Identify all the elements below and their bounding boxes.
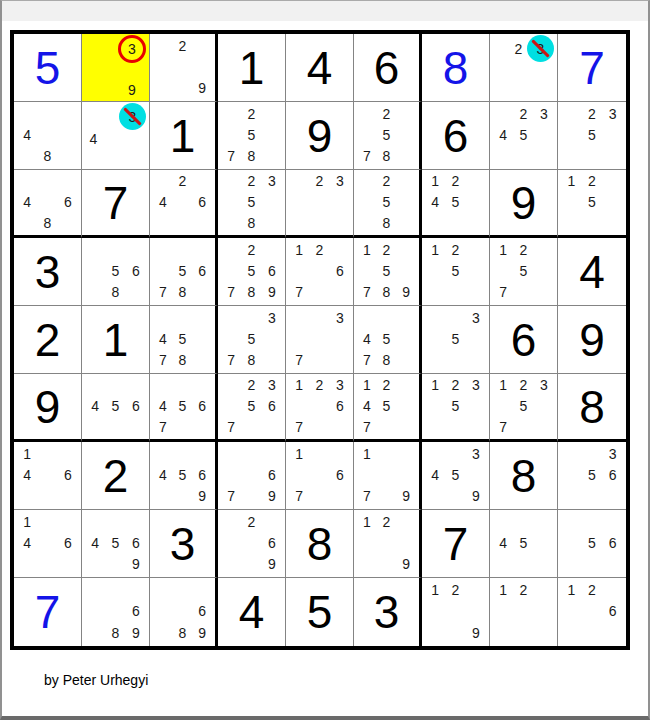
cell-r2c2[interactable]: 34 xyxy=(82,102,150,170)
cell-r3c4[interactable]: 2358 xyxy=(218,170,286,238)
cell-r3c5[interactable]: 23 xyxy=(286,170,354,238)
candidates: 3578 xyxy=(221,307,282,371)
candidate-1: 1 xyxy=(289,375,309,396)
candidates: 468 xyxy=(17,171,78,233)
candidate-8: 8 xyxy=(37,212,57,233)
candidate-1: 1 xyxy=(289,443,309,464)
candidate-2: 2 xyxy=(309,375,329,396)
cell-r7c5[interactable]: 167 xyxy=(286,442,354,510)
candidate-8: 8 xyxy=(173,350,193,371)
candidate-8: 8 xyxy=(241,146,261,167)
candidates: 2578 xyxy=(221,103,282,167)
candidate-2: 2 xyxy=(445,579,465,601)
cell-r5c3[interactable]: 4578 xyxy=(150,306,218,374)
cell-r9c9[interactable]: 126 xyxy=(558,578,626,646)
candidate-8: 8 xyxy=(105,282,125,303)
cell-r6c1[interactable]: 9 xyxy=(14,374,82,442)
cell-r7c2[interactable]: 2 xyxy=(82,442,150,510)
candidates: 356 xyxy=(561,443,623,507)
candidate-2: 2 xyxy=(582,171,603,192)
cell-r8c9[interactable]: 56 xyxy=(558,510,626,578)
candidate-8: 8 xyxy=(377,146,397,167)
candidates: 45 xyxy=(493,511,554,575)
cell-r3c1[interactable]: 468 xyxy=(14,170,82,238)
top-bar xyxy=(2,1,648,21)
cell-r9c7[interactable]: 129 xyxy=(422,578,490,646)
candidate-5: 5 xyxy=(582,124,603,145)
solved-value: 9 xyxy=(490,170,557,235)
candidate-6: 6 xyxy=(602,464,623,485)
candidate-3: 3 xyxy=(534,375,554,396)
cell-r2c3[interactable]: 1 xyxy=(150,102,218,170)
cell-r3c2[interactable]: 7 xyxy=(82,170,150,238)
candidate-6: 6 xyxy=(192,601,212,623)
candidate-7: 7 xyxy=(221,486,241,507)
candidate-5: 5 xyxy=(105,532,125,553)
solved-value: 6 xyxy=(490,306,557,373)
candidate-2: 2 xyxy=(241,239,261,260)
cell-r7c7[interactable]: 3459 xyxy=(422,442,490,510)
candidate-3: 3 xyxy=(330,375,350,396)
candidate-6: 6 xyxy=(58,192,78,213)
candidate-6: 6 xyxy=(192,192,212,213)
candidates: 256789 xyxy=(221,239,282,303)
candidate-1: 1 xyxy=(425,375,445,396)
candidate-3: 3 xyxy=(262,171,282,192)
credit: by Peter Urhegyi xyxy=(44,672,148,688)
candidates: 1267 xyxy=(289,239,350,303)
candidate-7: 7 xyxy=(289,350,309,371)
elimination-mark: 3 xyxy=(527,35,554,62)
candidate-2: 2 xyxy=(513,103,533,124)
cell-r1c8[interactable]: 23 xyxy=(490,34,558,102)
candidate-8: 8 xyxy=(377,282,397,303)
candidates: 1245 xyxy=(425,171,486,233)
candidate-5: 5 xyxy=(241,328,261,349)
candidate-4: 4 xyxy=(493,124,513,145)
candidate-5: 5 xyxy=(173,260,193,281)
solved-value: 9 xyxy=(14,374,81,439)
cell-r9c3[interactable]: 689 xyxy=(150,578,218,646)
candidate-5: 5 xyxy=(445,260,465,281)
candidate-8: 8 xyxy=(173,282,193,303)
candidate-5: 5 xyxy=(173,464,193,485)
slash-icon xyxy=(123,107,141,125)
candidate-1: 1 xyxy=(17,443,37,464)
candidates: 48 xyxy=(17,103,78,167)
candidate-8: 8 xyxy=(37,146,57,167)
solved-value: 7 xyxy=(558,34,626,101)
candidate-2: 2 xyxy=(377,239,397,260)
candidate-5: 5 xyxy=(377,396,397,417)
cell-r5c5[interactable]: 37 xyxy=(286,306,354,374)
cell-r2c4[interactable]: 2578 xyxy=(218,102,286,170)
solved-value: 1 xyxy=(218,34,285,101)
candidate-2: 2 xyxy=(173,35,193,56)
candidates: 34 xyxy=(85,103,146,167)
cell-r5c4[interactable]: 3578 xyxy=(218,306,286,374)
solved-value: 5 xyxy=(286,578,353,646)
candidate-3: 3 xyxy=(466,443,486,464)
candidates: 235 xyxy=(561,103,623,167)
candidate-3: 3 xyxy=(119,103,146,130)
candidates: 12457 xyxy=(357,375,416,437)
candidate-6: 6 xyxy=(58,532,78,553)
candidate-5: 5 xyxy=(377,124,397,145)
candidates: 23 xyxy=(289,171,350,233)
candidate-9: 9 xyxy=(192,486,212,507)
candidate-9: 9 xyxy=(396,554,416,575)
candidate-1: 1 xyxy=(357,375,377,396)
candidate-8: 8 xyxy=(105,622,125,644)
candidate-5: 5 xyxy=(582,532,603,553)
candidate-8: 8 xyxy=(241,212,261,233)
cell-r6c6[interactable]: 12457 xyxy=(354,374,422,442)
cell-r6c7[interactable]: 1235 xyxy=(422,374,490,442)
candidate-8: 8 xyxy=(241,350,261,371)
cell-r3c8[interactable]: 9 xyxy=(490,170,558,238)
candidate-6: 6 xyxy=(602,601,623,623)
candidate-5: 5 xyxy=(445,328,465,349)
candidates: 29 xyxy=(153,35,212,99)
candidates: 269 xyxy=(221,511,282,575)
candidate-9: 9 xyxy=(192,78,212,99)
candidate-8: 8 xyxy=(377,350,397,371)
candidate-6: 6 xyxy=(330,464,350,485)
candidate-7: 7 xyxy=(289,282,309,303)
cell-r1c7[interactable]: 8 xyxy=(422,34,490,102)
cell-r5c9[interactable]: 9 xyxy=(558,306,626,374)
cell-r2c1[interactable]: 48 xyxy=(14,102,82,170)
candidates: 23 xyxy=(493,35,554,99)
cell-r2c7[interactable]: 6 xyxy=(422,102,490,170)
candidate-1: 1 xyxy=(425,171,445,192)
candidates: 456 xyxy=(85,375,146,437)
cell-r6c9[interactable]: 8 xyxy=(558,374,626,442)
candidate-6: 6 xyxy=(262,396,282,417)
candidate-6: 6 xyxy=(126,601,146,623)
cell-r8c1[interactable]: 146 xyxy=(14,510,82,578)
candidate-4: 4 xyxy=(153,464,173,485)
candidate-2: 2 xyxy=(309,171,329,192)
candidate-9: 9 xyxy=(126,554,146,575)
solved-value: 2 xyxy=(82,442,149,509)
solved-value: 3 xyxy=(14,238,81,305)
candidate-5: 5 xyxy=(105,396,125,417)
cell-r4c5[interactable]: 1267 xyxy=(286,238,354,306)
candidate-2: 2 xyxy=(445,171,465,192)
candidate-1: 1 xyxy=(561,579,582,601)
cell-r1c1[interactable]: 5 xyxy=(14,34,82,102)
candidate-9: 9 xyxy=(126,622,146,644)
cell-r7c3[interactable]: 4569 xyxy=(150,442,218,510)
solved-value: 7 xyxy=(82,170,149,235)
candidate-6: 6 xyxy=(192,396,212,417)
candidate-2: 2 xyxy=(445,375,465,396)
candidates: 1235 xyxy=(425,375,486,437)
candidate-7: 7 xyxy=(357,282,377,303)
solved-value: 6 xyxy=(354,34,419,101)
candidate-5: 5 xyxy=(377,328,397,349)
candidates: 146 xyxy=(17,443,78,507)
candidate-7: 7 xyxy=(357,146,377,167)
candidates: 35 xyxy=(425,307,486,371)
candidate-2: 2 xyxy=(513,375,533,396)
candidate-9: 9 xyxy=(118,81,146,99)
candidate-7: 7 xyxy=(221,416,241,437)
candidates: 1257 xyxy=(493,239,554,303)
candidate-9: 9 xyxy=(262,554,282,575)
candidate-4: 4 xyxy=(85,532,105,553)
candidate-4: 4 xyxy=(153,192,173,213)
candidates: 679 xyxy=(221,443,282,507)
candidate-5: 5 xyxy=(241,396,261,417)
cell-r8c4[interactable]: 269 xyxy=(218,510,286,578)
candidate-7: 7 xyxy=(357,350,377,371)
cell-r2c6[interactable]: 2578 xyxy=(354,102,422,170)
cell-r2c9[interactable]: 235 xyxy=(558,102,626,170)
cell-r5c8[interactable]: 6 xyxy=(490,306,558,374)
candidate-3: 3 xyxy=(262,375,282,396)
candidate-2: 2 xyxy=(241,511,261,532)
candidate-1: 1 xyxy=(425,239,445,260)
candidate-5: 5 xyxy=(241,124,261,145)
cell-r1c2[interactable]: 39 xyxy=(82,34,150,102)
candidate-8: 8 xyxy=(173,622,193,644)
slash-icon xyxy=(531,39,549,57)
candidate-7: 7 xyxy=(153,282,173,303)
candidate-9: 9 xyxy=(466,486,486,507)
candidate-2: 2 xyxy=(582,579,603,601)
candidate-7: 7 xyxy=(289,486,309,507)
cell-r4c6[interactable]: 125789 xyxy=(354,238,422,306)
candidate-1: 1 xyxy=(493,239,513,260)
candidate-7: 7 xyxy=(357,416,377,437)
cell-r1c6[interactable]: 6 xyxy=(354,34,422,102)
solved-value: 8 xyxy=(286,510,353,577)
candidate-2: 2 xyxy=(241,171,261,192)
candidate-6: 6 xyxy=(192,464,212,485)
candidates: 12357 xyxy=(493,375,554,437)
candidates: 2358 xyxy=(221,171,282,233)
cell-r5c2[interactable]: 1 xyxy=(82,306,150,374)
cell-r4c7[interactable]: 125 xyxy=(422,238,490,306)
cell-r3c6[interactable]: 258 xyxy=(354,170,422,238)
cell-r3c7[interactable]: 1245 xyxy=(422,170,490,238)
cell-r6c3[interactable]: 4567 xyxy=(150,374,218,442)
cell-r7c1[interactable]: 146 xyxy=(14,442,82,510)
candidate-4: 4 xyxy=(357,396,377,417)
cell-r3c9[interactable]: 125 xyxy=(558,170,626,238)
cell-r5c6[interactable]: 4578 xyxy=(354,306,422,374)
candidate-1: 1 xyxy=(17,511,37,532)
candidate-5: 5 xyxy=(241,192,261,213)
candidate-6: 6 xyxy=(330,260,350,281)
candidate-5: 5 xyxy=(445,464,465,485)
candidate-1: 1 xyxy=(357,511,377,532)
candidate-6: 6 xyxy=(192,260,212,281)
candidate-5: 5 xyxy=(105,260,125,281)
candidate-4: 4 xyxy=(493,532,513,553)
cell-r1c5[interactable]: 4 xyxy=(286,34,354,102)
cell-r9c8[interactable]: 12 xyxy=(490,578,558,646)
cell-r1c4[interactable]: 1 xyxy=(218,34,286,102)
candidates: 37 xyxy=(289,307,350,371)
candidate-3: 3 xyxy=(262,307,282,328)
candidates: 246 xyxy=(153,171,212,233)
candidate-4: 4 xyxy=(425,464,445,485)
cell-r8c6[interactable]: 129 xyxy=(354,510,422,578)
candidate-4: 4 xyxy=(17,532,37,553)
cell-r5c1[interactable]: 2 xyxy=(14,306,82,374)
candidate-2: 2 xyxy=(309,239,329,260)
candidates: 689 xyxy=(85,579,146,644)
candidate-5: 5 xyxy=(513,124,533,145)
candidate-6: 6 xyxy=(602,532,623,553)
cell-r3c3[interactable]: 246 xyxy=(150,170,218,238)
cell-r2c5[interactable]: 9 xyxy=(286,102,354,170)
candidates: 568 xyxy=(85,239,146,303)
solved-value: 3 xyxy=(354,578,419,646)
candidate-3: 3 xyxy=(527,35,554,62)
candidates: 146 xyxy=(17,511,78,575)
solved-value: 1 xyxy=(150,102,215,169)
candidates: 179 xyxy=(357,443,416,507)
cell-r7c4[interactable]: 679 xyxy=(218,442,286,510)
candidates: 2345 xyxy=(493,103,554,167)
candidates: 125789 xyxy=(357,239,416,303)
candidate-3: 3 xyxy=(602,443,623,464)
candidate-2: 2 xyxy=(173,171,193,192)
cell-r1c3[interactable]: 29 xyxy=(150,34,218,102)
candidate-2: 2 xyxy=(510,35,527,62)
solved-value: 4 xyxy=(558,238,626,305)
cell-r6c2[interactable]: 456 xyxy=(82,374,150,442)
candidate-4: 4 xyxy=(357,328,377,349)
cell-r8c7[interactable]: 7 xyxy=(422,510,490,578)
solved-value: 4 xyxy=(218,578,285,646)
candidate-1: 1 xyxy=(493,579,513,601)
candidate-2: 2 xyxy=(377,511,397,532)
candidate-7: 7 xyxy=(493,416,513,437)
candidates: 56 xyxy=(561,511,623,575)
candidates: 4569 xyxy=(85,511,146,575)
candidate-1: 1 xyxy=(357,239,377,260)
candidate-1: 1 xyxy=(561,171,582,192)
solved-value: 7 xyxy=(14,578,81,646)
cell-r4c2[interactable]: 568 xyxy=(82,238,150,306)
cell-r6c8[interactable]: 12357 xyxy=(490,374,558,442)
cell-r9c5[interactable]: 5 xyxy=(286,578,354,646)
candidates: 12367 xyxy=(289,375,350,437)
candidate-7: 7 xyxy=(153,416,173,437)
cell-r7c8[interactable]: 8 xyxy=(490,442,558,510)
candidate-7: 7 xyxy=(221,146,241,167)
candidates: 2578 xyxy=(357,103,416,167)
candidate-1: 1 xyxy=(425,579,445,601)
candidates: 4567 xyxy=(153,375,212,437)
cell-r8c8[interactable]: 45 xyxy=(490,510,558,578)
candidate-6: 6 xyxy=(126,396,146,417)
candidates: 12 xyxy=(493,579,554,644)
candidate-2: 2 xyxy=(377,103,397,124)
candidate-4: 4 xyxy=(153,328,173,349)
cell-r7c9[interactable]: 356 xyxy=(558,442,626,510)
cell-r1c9[interactable]: 7 xyxy=(558,34,626,102)
cell-r9c2[interactable]: 689 xyxy=(82,578,150,646)
candidates: 129 xyxy=(425,579,486,644)
candidate-7: 7 xyxy=(221,282,241,303)
candidate-9: 9 xyxy=(262,282,282,303)
cell-r8c5[interactable]: 8 xyxy=(286,510,354,578)
cell-r7c6[interactable]: 179 xyxy=(354,442,422,510)
candidate-9: 9 xyxy=(396,486,416,507)
candidate-4: 4 xyxy=(85,130,102,149)
candidate-4: 4 xyxy=(17,124,37,145)
cell-r8c2[interactable]: 4569 xyxy=(82,510,150,578)
candidates: 23567 xyxy=(221,375,282,437)
cell-r4c8[interactable]: 1257 xyxy=(490,238,558,306)
candidate-6: 6 xyxy=(58,464,78,485)
solved-value: 4 xyxy=(286,34,353,101)
cell-r9c4[interactable]: 4 xyxy=(218,578,286,646)
candidate-2: 2 xyxy=(582,103,603,124)
cell-r4c1[interactable]: 3 xyxy=(14,238,82,306)
candidate-2: 2 xyxy=(377,375,397,396)
candidate-6: 6 xyxy=(262,260,282,281)
candidate-5: 5 xyxy=(513,260,533,281)
cell-r2c8[interactable]: 2345 xyxy=(490,102,558,170)
candidates: 5678 xyxy=(153,239,212,303)
candidates: 4578 xyxy=(153,307,212,371)
candidate-4: 4 xyxy=(17,464,37,485)
candidate-5: 5 xyxy=(445,396,465,417)
cell-r5c7[interactable]: 35 xyxy=(422,306,490,374)
cell-r4c4[interactable]: 256789 xyxy=(218,238,286,306)
candidate-4: 4 xyxy=(425,192,445,213)
candidates: 689 xyxy=(153,579,212,644)
candidate-2: 2 xyxy=(513,239,533,260)
cell-r8c3[interactable]: 3 xyxy=(150,510,218,578)
candidate-3: 3 xyxy=(534,103,554,124)
candidates: 126 xyxy=(561,579,623,644)
candidate-5: 5 xyxy=(582,192,603,213)
candidate-5: 5 xyxy=(173,328,193,349)
solved-value: 6 xyxy=(422,102,489,169)
candidate-6: 6 xyxy=(126,532,146,553)
cell-r4c9[interactable]: 4 xyxy=(558,238,626,306)
cell-r9c6[interactable]: 3 xyxy=(354,578,422,646)
solved-value: 1 xyxy=(82,306,149,373)
solved-value: 9 xyxy=(558,306,626,373)
cell-r6c5[interactable]: 12367 xyxy=(286,374,354,442)
candidate-3: 3 xyxy=(602,103,623,124)
candidate-4: 4 xyxy=(17,192,37,213)
candidate-7: 7 xyxy=(153,350,173,371)
cell-r4c3[interactable]: 5678 xyxy=(150,238,218,306)
candidate-7: 7 xyxy=(357,486,377,507)
cell-r6c4[interactable]: 23567 xyxy=(218,374,286,442)
cell-r9c1[interactable]: 7 xyxy=(14,578,82,646)
candidates: 125 xyxy=(561,171,623,233)
candidate-5: 5 xyxy=(173,396,193,417)
candidate-3: 3 xyxy=(466,375,486,396)
candidate-3: 3 xyxy=(118,35,146,63)
candidate-6: 6 xyxy=(126,260,146,281)
solved-value: 7 xyxy=(422,510,489,577)
candidate-6: 6 xyxy=(330,396,350,417)
candidates: 3459 xyxy=(425,443,486,507)
